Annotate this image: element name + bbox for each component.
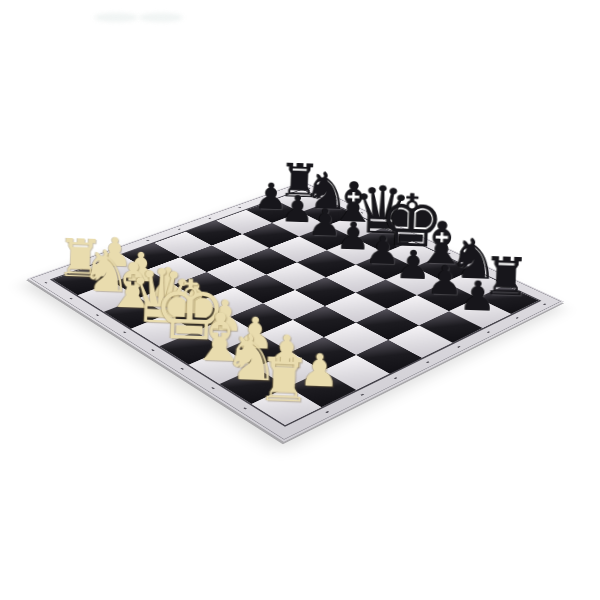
chessboard: ♜♞♝♛♚♝♞♜♟♟♟♟♟♟♟♟♟♟♟♟♟♟♟♟♜♞♝♛♚♝♞♜: [27, 181, 564, 442]
square-h1: ♜: [252, 387, 322, 425]
chessboard-grid: ♜♞♝♛♚♝♞♜♟♟♟♟♟♟♟♟♟♟♟♟♟♟♟♟♜♞♝♛♚♝♞♜: [53, 190, 539, 425]
black-pawn-glyph: ♟: [426, 259, 463, 300]
black-pawn-glyph: ♟: [459, 275, 497, 317]
white-rook-glyph: ♜: [256, 349, 312, 411]
black-pawn-glyph: ♟: [395, 244, 432, 285]
chess-set-product-photo[interactable]: ♜♞♝♛♚♝♞♜♟♟♟♟♟♟♟♟♟♟♟♟♟♟♟♟♜♞♝♛♚♝♞♜: [0, 0, 600, 600]
photo-scene: ♜♞♝♛♚♝♞♜♟♟♟♟♟♟♟♟♟♟♟♟♟♟♟♟♜♞♝♛♚♝♞♜: [0, 0, 600, 600]
